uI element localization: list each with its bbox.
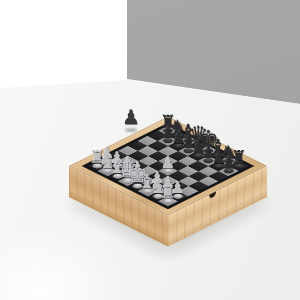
square-h7: ♟ — [218, 166, 238, 176]
product-photo-scene: ♜♞♝♛♚♝♞♜♟♟♟♟♟♟♟♟♟♟♟♟♟♟♟♜♞♝♛♚♝♞♜ ♟ — [0, 0, 300, 300]
offboard-pawn-shadow — [125, 128, 137, 132]
offboard-black-pawn: ♟ — [116, 107, 146, 127]
square-h1: ♜ — [158, 196, 178, 206]
white-rook-h1: ♜ — [148, 183, 188, 201]
black-pawn-h7: ♟ — [208, 155, 248, 171]
